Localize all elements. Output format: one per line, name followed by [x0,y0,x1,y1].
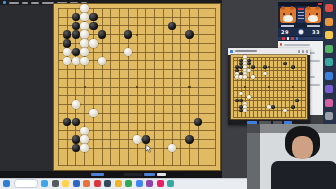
black-stone [271,105,275,109]
player-avatar-left [280,7,296,23]
black-stone [72,22,80,30]
white-stone [80,39,88,47]
app-shortcut-icon[interactable] [325,85,333,93]
menu-item[interactable] [9,2,19,4]
move-info-chips [54,173,220,177]
streamer-face [292,136,313,159]
start-button[interactable] [3,180,10,187]
white-stone [239,75,243,79]
minimize-icon[interactable] [298,50,301,53]
star-point [268,86,269,87]
white-stone [80,4,88,12]
streamer-body [271,161,336,189]
webcam-video [247,124,336,189]
taskbar-app-icon[interactable] [146,180,153,187]
small-go-board[interactable] [231,55,307,119]
maximize-icon[interactable] [302,50,305,53]
info-line [298,15,304,16]
white-stone [89,109,97,117]
side-icon-strip[interactable] [323,0,336,132]
app-icon [3,1,6,4]
fox-eye [290,13,292,15]
white-stone-icon [299,30,303,34]
window-controls[interactable] [298,50,309,53]
white-stone [247,95,251,99]
white-stone [80,57,88,65]
player-avatar-right [305,7,321,23]
fox-ear-icon [290,6,295,10]
white-stone [133,135,141,143]
black-stone [239,109,243,113]
game-status-badge [298,8,304,10]
fox-muzzle [308,15,318,22]
white-stone [283,109,287,113]
white-stone [243,109,247,113]
taskbar-app-icon[interactable] [167,180,174,187]
go-review-window [0,0,222,178]
close-icon[interactable] [318,3,322,5]
menu-item[interactable] [22,2,28,4]
taskbar-app-icon[interactable] [62,180,69,187]
white-stone [251,75,255,79]
control-icon[interactable] [282,37,285,40]
move-info-chip [91,173,104,177]
white-stone [72,57,80,65]
black-stone [235,99,239,103]
left-player-timer: 29 [281,28,289,36]
black-stone [263,65,267,69]
move-info-chip [168,173,183,177]
white-stone [80,48,88,56]
menu-item[interactable] [31,2,39,4]
black-stone [72,30,80,38]
move-info-chip [124,173,142,177]
control-icon[interactable] [291,37,294,40]
app-shortcut-icon[interactable] [325,18,333,26]
white-stone [89,39,97,47]
star-point [188,86,190,88]
move-info-chip [106,173,122,177]
screen: 29 33 [0,0,336,189]
black-stone [291,105,295,109]
app-shortcut-icon[interactable] [325,99,333,107]
fox-window-titlebar[interactable] [278,2,323,6]
player-name-right [307,25,320,27]
app-shortcut-icon[interactable] [325,112,333,120]
app-shortcut-icon[interactable] [325,4,333,12]
player-name-left [281,25,294,27]
white-stone [267,105,271,109]
taskbar-app-icon[interactable] [136,180,143,187]
black-stone [63,39,71,47]
control-icon[interactable] [296,37,299,40]
close-icon[interactable] [306,50,309,53]
app-shortcut-icon[interactable] [325,58,333,66]
taskbar-search[interactable] [14,179,38,188]
black-stone [98,30,106,38]
fox-eye [316,13,318,15]
white-stone [80,127,88,135]
main-go-board[interactable] [54,4,220,170]
game-info-panel [297,7,305,23]
taskbar-app-icon[interactable] [83,180,90,187]
small-board-window[interactable] [228,48,310,125]
star-point [84,86,86,88]
white-stone [247,69,251,73]
fox-muzzle [283,15,293,22]
taskbar-app-icon[interactable] [73,180,80,187]
chat-row-icon [280,43,282,45]
star-point [136,34,138,36]
taskbar-app-icon[interactable] [104,180,111,187]
taskbar-app-icon[interactable] [115,180,122,187]
star-point [268,66,269,67]
taskbar-app-icon[interactable] [157,180,164,187]
app-shortcut-icon[interactable] [325,31,333,39]
move-info-chip [144,173,155,177]
black-stone [89,13,97,21]
black-stone [239,99,243,103]
menu-item[interactable] [42,2,54,4]
black-stone [239,65,243,69]
black-stone [63,30,71,38]
black-stone [89,22,97,30]
taskbar-app-icon[interactable] [41,180,48,187]
white-stone [243,75,247,79]
taskbar-app-icon[interactable] [94,180,101,187]
fox-ear-icon [315,6,320,10]
info-line [298,12,304,13]
mouse-cursor [145,138,152,157]
white-stone [80,13,88,21]
chat-row-text [284,44,310,46]
control-icon[interactable] [287,37,290,40]
white-stone [72,100,80,108]
info-line [298,18,304,19]
star-point [244,86,245,87]
black-stone [291,65,295,69]
black-stone [72,135,80,143]
right-player-timer: 33 [312,28,320,36]
black-stone [185,135,193,143]
white-stone [80,22,88,30]
fox-eye [283,13,285,15]
taskbar-app-icon[interactable] [125,180,132,187]
app-shortcut-icon[interactable] [325,72,333,80]
taskbar-app-icon[interactable] [52,180,59,187]
fox-ear-icon [306,6,311,10]
timer-row: 29 33 [278,28,323,36]
app-shortcut-icon[interactable] [325,45,333,53]
black-stone [185,30,193,38]
black-stone [295,99,299,103]
window-app-icon [230,50,233,53]
fox-ear-icon [281,6,286,10]
small-window-titlebar[interactable] [228,48,310,55]
black-stone [251,65,255,69]
white-stone [235,75,239,79]
window-title-text [235,50,257,52]
star-point [292,86,293,87]
move-info-chip [157,173,166,177]
control-row[interactable] [278,37,323,41]
white-stone [80,135,88,143]
white-stone [80,30,88,38]
